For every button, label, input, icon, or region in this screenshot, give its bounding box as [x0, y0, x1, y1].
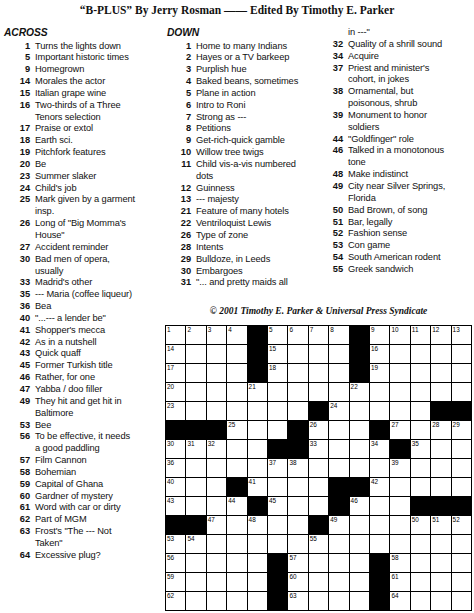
grid-cell[interactable]: 30 — [166, 440, 185, 458]
clue: 11Child vis-a-vis numbered dots — [165, 159, 322, 183]
grid-cell[interactable]: 57 — [288, 554, 307, 572]
clue: 34Acquire — [322, 51, 473, 63]
grid-cell[interactable]: 58 — [390, 554, 409, 572]
grid-cell[interactable] — [309, 573, 328, 591]
grid-cell[interactable]: 6 — [288, 326, 307, 344]
grid-cell[interactable] — [268, 383, 287, 401]
clue-text: Con game — [348, 240, 473, 252]
grid-cell[interactable] — [248, 440, 267, 458]
clue: 49City near Silver Springs, Florida — [322, 181, 473, 205]
cell-number: 31 — [187, 440, 194, 448]
grid-cell[interactable] — [452, 478, 471, 496]
grid-cell[interactable] — [390, 345, 409, 363]
grid-cell[interactable] — [431, 459, 450, 477]
clue: 55Greek sandwich — [322, 264, 473, 276]
grid-cell[interactable]: 14 — [166, 345, 185, 363]
grid-cell[interactable] — [288, 497, 307, 515]
clue-number: 22 — [165, 218, 196, 230]
grid-cell[interactable]: 39 — [390, 459, 409, 477]
grid-cell[interactable] — [288, 364, 307, 382]
grid-cell[interactable] — [350, 535, 369, 553]
grid-cell[interactable]: 23 — [166, 402, 185, 420]
grid-cell[interactable] — [350, 421, 369, 439]
grid-cell[interactable]: 55 — [309, 535, 328, 553]
grid-cell[interactable]: 54 — [186, 535, 205, 553]
clue-text: "...--- a lender be" — [35, 313, 163, 325]
grid-cell[interactable] — [452, 592, 471, 610]
clue-number: 30 — [165, 266, 196, 278]
grid-cell[interactable] — [350, 402, 369, 420]
grid-cell[interactable] — [207, 478, 226, 496]
clue: 26Long of "Big Momma's House" — [4, 218, 163, 242]
grid-cell[interactable] — [411, 402, 430, 420]
grid-cell[interactable]: 16 — [370, 345, 389, 363]
grid-cell[interactable] — [329, 440, 348, 458]
grid-cell[interactable]: 17 — [166, 364, 185, 382]
grid-cell[interactable]: 24 — [329, 402, 348, 420]
grid-cell[interactable] — [431, 345, 450, 363]
clue-text: Purplish hue — [196, 64, 322, 76]
grid-cell[interactable]: 28 — [431, 421, 450, 439]
grid-cell[interactable]: 2 — [186, 326, 205, 344]
cell-number: 23 — [167, 402, 174, 410]
grid-cell[interactable] — [207, 383, 226, 401]
grid-cell[interactable] — [288, 478, 307, 496]
grid-cell[interactable] — [227, 535, 246, 553]
grid-cell[interactable] — [268, 421, 287, 439]
grid-cell[interactable] — [207, 402, 226, 420]
grid-cell[interactable] — [227, 459, 246, 477]
grid-cell[interactable]: 63 — [288, 592, 307, 610]
grid-cell[interactable] — [288, 402, 307, 420]
clue: 17Praise or extol — [4, 123, 163, 135]
cell-number: 28 — [432, 421, 439, 429]
grid-cell[interactable] — [411, 554, 430, 572]
grid-cell[interactable] — [248, 535, 267, 553]
grid-cell[interactable]: 27 — [390, 421, 409, 439]
across-header: ACROSS — [4, 27, 163, 40]
clue-text: Mark given by a garment insp. — [35, 194, 163, 218]
grid-cell[interactable] — [248, 573, 267, 591]
grid-cell[interactable] — [431, 592, 450, 610]
clue: 63Frost's "The --- Not Taken" — [4, 526, 163, 550]
grid-cell[interactable] — [411, 421, 430, 439]
black-cell — [309, 516, 328, 534]
grid-cell[interactable]: 9 — [370, 326, 389, 344]
grid-cell[interactable] — [207, 573, 226, 591]
cell-number: 20 — [167, 383, 174, 391]
grid-cell[interactable] — [227, 573, 246, 591]
clue-text: Quality of a shrill sound — [348, 39, 473, 51]
clue-number: 32 — [322, 39, 348, 51]
grid-cell[interactable] — [309, 592, 328, 610]
grid-cell[interactable]: 25 — [227, 421, 246, 439]
grid-cell[interactable] — [248, 459, 267, 477]
grid-cell[interactable] — [390, 383, 409, 401]
clue: 20Be — [4, 159, 163, 171]
grid-cell[interactable]: 29 — [452, 421, 471, 439]
cell-number: 12 — [432, 326, 439, 334]
grid-cell[interactable]: 7 — [309, 326, 328, 344]
cell-number: 24 — [330, 402, 337, 410]
grid-cell[interactable] — [268, 516, 287, 534]
cell-number: 55 — [310, 535, 317, 543]
grid-cell[interactable]: 43 — [166, 497, 185, 515]
grid-cell[interactable]: 50 — [411, 516, 430, 534]
grid-cell[interactable] — [431, 554, 450, 572]
grid-cell[interactable] — [186, 345, 205, 363]
grid-cell[interactable]: 18 — [268, 364, 287, 382]
clue-number: 55 — [322, 264, 348, 276]
black-cell — [186, 421, 205, 439]
black-cell — [268, 573, 287, 591]
down-clue-list: 1Home to many Indians2Hayes or a TV bark… — [165, 41, 322, 290]
grid-cell[interactable] — [452, 440, 471, 458]
grid-cell[interactable]: 56 — [166, 554, 185, 572]
black-cell — [248, 497, 267, 515]
grid-cell[interactable] — [329, 459, 348, 477]
grid-cell[interactable] — [268, 535, 287, 553]
clue-text: Morales the actor — [35, 76, 163, 88]
grid-cell[interactable] — [288, 383, 307, 401]
grid-cell[interactable] — [288, 535, 307, 553]
grid-cell[interactable] — [207, 592, 226, 610]
black-cell — [268, 440, 287, 458]
grid-cell[interactable] — [390, 364, 409, 382]
grid-cell[interactable] — [350, 592, 369, 610]
grid-cell[interactable]: 37 — [268, 459, 287, 477]
clue-text: Summer slaker — [35, 171, 163, 183]
clue: 32Quality of a shrill sound — [322, 39, 473, 51]
grid-cell[interactable] — [207, 535, 226, 553]
clue-text: Important historic times — [35, 52, 163, 64]
clue-number: 39 — [322, 110, 348, 122]
clue-number: 56 — [4, 431, 35, 443]
clue: 1Home to many Indians — [165, 41, 322, 53]
grid-cell[interactable]: 3 — [207, 326, 226, 344]
grid-cell[interactable]: 34 — [370, 440, 389, 458]
grid-cell[interactable] — [268, 402, 287, 420]
black-cell — [350, 326, 369, 344]
grid-cell[interactable] — [207, 459, 226, 477]
grid-cell[interactable] — [431, 440, 450, 458]
cell-number: 21 — [249, 383, 256, 391]
grid-cell[interactable] — [431, 383, 450, 401]
clue-text: Baked beans, sometimes — [196, 76, 322, 88]
grid-cell[interactable] — [207, 364, 226, 382]
grid-cell[interactable] — [411, 383, 430, 401]
grid-cell[interactable] — [411, 459, 430, 477]
grid-cell[interactable] — [390, 535, 409, 553]
grid-cell[interactable]: 5 — [268, 326, 287, 344]
clue: 21Feature of many hotels — [165, 206, 322, 218]
grid-cell[interactable] — [329, 421, 348, 439]
grid-cell[interactable] — [452, 383, 471, 401]
grid-cell[interactable] — [370, 402, 389, 420]
grid-cell[interactable] — [309, 345, 328, 363]
black-cell — [248, 364, 267, 382]
grid-cell[interactable] — [350, 554, 369, 572]
clue: 45Former Turkish title — [4, 360, 163, 372]
grid-cell[interactable] — [309, 478, 328, 496]
clue-text: Bad men of opera, usually — [35, 254, 163, 278]
clue-number: 54 — [322, 252, 348, 264]
grid-cell[interactable]: 42 — [370, 478, 389, 496]
grid-cell[interactable]: 32 — [207, 440, 226, 458]
clue-text: Two-thirds of a Three Tenors selection — [35, 100, 163, 124]
clue: 44"Goldfinger" role — [322, 134, 473, 146]
cell-number: 30 — [167, 440, 174, 448]
grid-cell[interactable] — [431, 364, 450, 382]
grid-cell[interactable] — [411, 478, 430, 496]
grid-cell[interactable]: 45 — [268, 497, 287, 515]
grid-cell[interactable] — [248, 421, 267, 439]
grid-cell[interactable] — [350, 573, 369, 591]
grid-cell[interactable] — [227, 440, 246, 458]
grid-cell[interactable]: 35 — [411, 440, 430, 458]
clue-number: 2 — [165, 52, 196, 64]
grid-cell[interactable] — [309, 364, 328, 382]
grid-cell[interactable] — [309, 554, 328, 572]
clue: 8Petitions — [165, 123, 322, 135]
clue-text: Monument to honor soldiers — [348, 110, 473, 134]
clue-number: 48 — [322, 169, 348, 181]
grid-cell[interactable] — [227, 345, 246, 363]
clue-number: 5 — [165, 88, 196, 100]
black-cell — [329, 478, 348, 496]
grid-cell[interactable] — [248, 592, 267, 610]
clue-text: Excessive plug? — [35, 550, 163, 562]
grid-cell[interactable]: 60 — [288, 573, 307, 591]
grid-cell[interactable] — [207, 554, 226, 572]
grid-cell[interactable] — [370, 459, 389, 477]
clue-number: 33 — [4, 277, 35, 289]
grid-cell[interactable] — [452, 345, 471, 363]
grid-cell[interactable] — [309, 383, 328, 401]
grid-cell[interactable]: 10 — [390, 326, 409, 344]
clue-text: Type of zone — [196, 230, 322, 242]
grid-cell[interactable]: 4 — [227, 326, 246, 344]
grid-cell[interactable]: 38 — [288, 459, 307, 477]
grid-cell[interactable] — [390, 402, 409, 420]
grid-cell[interactable] — [309, 459, 328, 477]
cell-number: 44 — [228, 497, 235, 505]
clue-text: Bea — [35, 301, 163, 313]
grid-cell[interactable]: 40 — [166, 478, 185, 496]
cell-number: 19 — [371, 364, 378, 372]
grid-cell[interactable] — [227, 364, 246, 382]
grid-cell[interactable] — [207, 497, 226, 515]
clue: 43Quick quaff — [4, 348, 163, 360]
grid-cell[interactable]: 64 — [390, 592, 409, 610]
copyright-line: © 2001 Timothy E. Parker & Universal Pre… — [165, 306, 472, 316]
grid-cell[interactable] — [288, 516, 307, 534]
clue-text: Strong as --- — [196, 112, 322, 124]
cell-number: 18 — [269, 364, 276, 372]
grid-cell[interactable]: 31 — [186, 440, 205, 458]
grid-cell[interactable]: 26 — [309, 421, 328, 439]
grid-cell[interactable] — [390, 516, 409, 534]
clue: 31"... and pretty maids all — [165, 277, 322, 289]
grid-cell[interactable] — [248, 554, 267, 572]
clue-number: 40 — [4, 313, 35, 325]
grid-cell[interactable] — [186, 459, 205, 477]
black-cell — [268, 554, 287, 572]
grid-cell[interactable] — [186, 573, 205, 591]
down-clue-list-2: 32Quality of a shrill sound34Acquire37Pr… — [322, 39, 473, 276]
clue-text: They hit and get hit in Baltimore — [35, 396, 163, 420]
clue-text: "... and pretty maids all — [196, 277, 322, 289]
grid-cell[interactable] — [186, 478, 205, 496]
grid-cell[interactable] — [268, 478, 287, 496]
cell-number: 51 — [432, 516, 439, 524]
grid-cell[interactable] — [186, 383, 205, 401]
grid-cell[interactable] — [227, 402, 246, 420]
clue: 29Bulldoze, in Leeds — [165, 254, 322, 266]
grid-cell[interactable] — [309, 497, 328, 515]
grid-cell[interactable]: 11 — [411, 326, 430, 344]
grid-cell[interactable]: 46 — [350, 497, 369, 515]
grid-cell[interactable]: 12 — [431, 326, 450, 344]
grid-cell[interactable]: 51 — [431, 516, 450, 534]
cell-number: 45 — [269, 497, 276, 505]
cell-number: 13 — [453, 326, 460, 334]
grid-cell[interactable] — [350, 459, 369, 477]
grid-cell[interactable] — [431, 535, 450, 553]
clue-text: Pitchfork features — [35, 147, 163, 159]
grid-cell[interactable] — [452, 554, 471, 572]
grid-cell[interactable] — [186, 554, 205, 572]
grid-cell[interactable]: 62 — [166, 592, 185, 610]
clue-number: 21 — [165, 206, 196, 218]
clue-number: 20 — [4, 159, 35, 171]
grid-cell[interactable] — [390, 497, 409, 515]
grid-cell[interactable] — [186, 364, 205, 382]
grid-cell[interactable]: 53 — [166, 535, 185, 553]
grid-cell[interactable] — [329, 554, 348, 572]
clue: 30Embargoes — [165, 266, 322, 278]
grid-cell[interactable] — [186, 402, 205, 420]
grid-cell[interactable] — [227, 383, 246, 401]
grid-cell[interactable]: 61 — [390, 573, 409, 591]
clue-text: Home to many Indians — [196, 41, 322, 53]
grid-cell[interactable] — [248, 402, 267, 420]
grid-cell[interactable]: 21 — [248, 383, 267, 401]
grid-cell[interactable] — [329, 364, 348, 382]
clue-number: 23 — [4, 171, 35, 183]
clue: 6Intro to Roni — [165, 100, 322, 112]
grid-cell[interactable] — [227, 554, 246, 572]
grid-cell[interactable] — [288, 345, 307, 363]
grid-cell[interactable]: 13 — [452, 326, 471, 344]
clue: 41Shopper's mecca — [4, 325, 163, 337]
grid-cell[interactable]: 59 — [166, 573, 185, 591]
grid-cell[interactable] — [329, 345, 348, 363]
grid-cell[interactable]: 22 — [350, 383, 369, 401]
clue-number: 6 — [165, 100, 196, 112]
grid-cell[interactable] — [411, 592, 430, 610]
grid-cell[interactable] — [411, 364, 430, 382]
black-cell — [370, 554, 389, 572]
grid-cell[interactable] — [350, 440, 369, 458]
cell-number: 59 — [167, 573, 174, 581]
clue-number: 10 — [165, 147, 196, 159]
grid-cell[interactable] — [411, 573, 430, 591]
grid-cell[interactable]: 20 — [166, 383, 185, 401]
grid-cell[interactable] — [370, 383, 389, 401]
clue: 57Film Cannon — [4, 455, 163, 467]
clue: 59Capital of Ghana — [4, 479, 163, 491]
grid-cell[interactable] — [370, 516, 389, 534]
grid-cell[interactable] — [411, 345, 430, 363]
grid-cell[interactable]: 8 — [329, 326, 348, 344]
clue-text: Plane in action — [196, 88, 322, 100]
clue-text: --- majesty — [196, 194, 322, 206]
grid-cell[interactable]: 52 — [452, 516, 471, 534]
grid-cell[interactable] — [431, 478, 450, 496]
clue: 27Accident reminder — [4, 242, 163, 254]
cell-number: 32 — [208, 440, 215, 448]
clue-text: Willow tree twigs — [196, 147, 322, 159]
grid-cell[interactable] — [431, 573, 450, 591]
clue: 56To be effective, it needs a good paddl… — [4, 431, 163, 455]
grid-cell[interactable] — [370, 497, 389, 515]
clue: 5Plane in action — [165, 88, 322, 100]
grid-cell[interactable] — [329, 535, 348, 553]
clue-text: Bulldoze, in Leeds — [196, 254, 322, 266]
grid-cell[interactable] — [350, 516, 369, 534]
crossword-grid: 1234567891011121314151617181920212223242… — [165, 325, 472, 611]
grid-cell[interactable] — [329, 383, 348, 401]
grid-cell[interactable]: 1 — [166, 326, 185, 344]
clue-number: 49 — [322, 181, 348, 193]
grid-cell[interactable] — [452, 535, 471, 553]
grid-cell[interactable] — [207, 345, 226, 363]
grid-cell[interactable] — [186, 592, 205, 610]
grid-cell[interactable]: 49 — [329, 516, 348, 534]
grid-cell[interactable] — [186, 497, 205, 515]
clue-number: 53 — [322, 240, 348, 252]
grid-cell[interactable] — [370, 535, 389, 553]
grid-cell[interactable] — [227, 592, 246, 610]
grid-cell[interactable] — [411, 535, 430, 553]
grid-cell[interactable]: 19 — [370, 364, 389, 382]
grid-cell[interactable] — [452, 459, 471, 477]
clue-text: Priest and minister's cohort, in jokes — [348, 63, 473, 87]
clue-text: Fashion sense — [348, 228, 473, 240]
grid-cell[interactable]: 44 — [227, 497, 246, 515]
grid-cell[interactable] — [329, 592, 348, 610]
cell-number: 14 — [167, 345, 174, 353]
grid-cell[interactable]: 15 — [268, 345, 287, 363]
grid-cell[interactable] — [329, 573, 348, 591]
clue: 38Ornamental, but poisonous, shrub — [322, 86, 473, 110]
grid-cell[interactable]: 41 — [248, 478, 267, 496]
grid-cell[interactable] — [390, 478, 409, 496]
cell-number: 36 — [167, 459, 174, 467]
grid-cell[interactable]: 48 — [248, 516, 267, 534]
grid-cell[interactable] — [452, 364, 471, 382]
black-cell — [452, 402, 471, 420]
clue: 53Con game — [322, 240, 473, 252]
grid-cell[interactable]: 36 — [166, 459, 185, 477]
grid-cell[interactable] — [227, 516, 246, 534]
grid-cell[interactable]: 33 — [309, 440, 328, 458]
grid-cell[interactable]: 47 — [207, 516, 226, 534]
grid-cell[interactable] — [452, 573, 471, 591]
across-clues-column: ACROSS 1Turns the lights down5Important … — [4, 27, 163, 562]
clue: 61Word with car or dirty — [4, 502, 163, 514]
